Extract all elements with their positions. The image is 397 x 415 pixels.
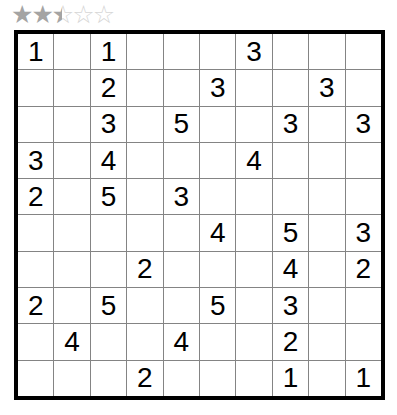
clue-cell-r3c5: 5 <box>164 107 199 142</box>
empty-cell-r1c4[interactable] <box>127 34 162 69</box>
empty-cell-r3c9[interactable] <box>309 107 344 142</box>
empty-cell-r6c5[interactable] <box>164 215 199 250</box>
clue-cell-r1c3: 1 <box>91 34 126 69</box>
empty-cell-r6c4[interactable] <box>127 215 162 250</box>
empty-cell-r5c2[interactable] <box>54 179 89 214</box>
empty-cell-r1c10[interactable] <box>346 34 381 69</box>
empty-cell-r2c2[interactable] <box>54 70 89 105</box>
clue-cell-r4c3: 4 <box>91 143 126 178</box>
clue-cell-r10c4: 2 <box>127 361 162 396</box>
empty-cell-r1c5[interactable] <box>164 34 199 69</box>
clue-cell-r3c10: 3 <box>346 107 381 142</box>
empty-cell-r7c5[interactable] <box>164 252 199 287</box>
empty-cell-r4c5[interactable] <box>164 143 199 178</box>
empty-cell-r4c10[interactable] <box>346 143 381 178</box>
empty-cell-r7c2[interactable] <box>54 252 89 287</box>
empty-cell-r1c8[interactable] <box>273 34 308 69</box>
empty-cell-r10c3[interactable] <box>91 361 126 396</box>
clue-cell-r8c3: 5 <box>91 288 126 323</box>
star-filled-icon: ★ <box>31 2 51 28</box>
empty-cell-r10c7[interactable] <box>236 361 271 396</box>
empty-cell-r10c5[interactable] <box>164 361 199 396</box>
empty-cell-r9c1[interactable] <box>18 324 53 359</box>
empty-cell-r5c7[interactable] <box>236 179 271 214</box>
star-filled-icon: ★ <box>11 2 31 28</box>
empty-cell-r5c8[interactable] <box>273 179 308 214</box>
empty-cell-r2c5[interactable] <box>164 70 199 105</box>
empty-cell-r3c7[interactable] <box>236 107 271 142</box>
empty-cell-r9c4[interactable] <box>127 324 162 359</box>
empty-cell-r9c9[interactable] <box>309 324 344 359</box>
clue-cell-r4c1: 3 <box>18 143 53 178</box>
empty-cell-r2c1[interactable] <box>18 70 53 105</box>
empty-cell-r8c10[interactable] <box>346 288 381 323</box>
empty-cell-r9c3[interactable] <box>91 324 126 359</box>
star-half-over: ★ <box>52 2 62 28</box>
clue-cell-r5c5: 3 <box>164 179 199 214</box>
puzzle-page: ★★☆★☆☆ 11323335333442534532422553442211 <box>0 0 397 415</box>
empty-cell-r8c9[interactable] <box>309 288 344 323</box>
empty-cell-r10c1[interactable] <box>18 361 53 396</box>
clue-cell-r9c2: 4 <box>54 324 89 359</box>
empty-cell-r2c8[interactable] <box>273 70 308 105</box>
clue-cell-r4c7: 4 <box>236 143 271 178</box>
clue-cell-r8c8: 3 <box>273 288 308 323</box>
empty-cell-r10c6[interactable] <box>200 361 235 396</box>
clue-cell-r3c3: 3 <box>91 107 126 142</box>
star-empty-icon: ☆ <box>72 2 92 28</box>
empty-cell-r7c9[interactable] <box>309 252 344 287</box>
empty-cell-r9c7[interactable] <box>236 324 271 359</box>
star-half-icon: ☆★ <box>52 2 72 28</box>
clue-cell-r8c6: 5 <box>200 288 235 323</box>
empty-cell-r10c9[interactable] <box>309 361 344 396</box>
empty-cell-r3c2[interactable] <box>54 107 89 142</box>
empty-cell-r7c7[interactable] <box>236 252 271 287</box>
empty-cell-r8c7[interactable] <box>236 288 271 323</box>
clue-cell-r1c7: 3 <box>236 34 271 69</box>
empty-cell-r5c9[interactable] <box>309 179 344 214</box>
empty-cell-r9c10[interactable] <box>346 324 381 359</box>
clue-cell-r6c8: 5 <box>273 215 308 250</box>
empty-cell-r4c9[interactable] <box>309 143 344 178</box>
empty-cell-r5c6[interactable] <box>200 179 235 214</box>
empty-cell-r2c10[interactable] <box>346 70 381 105</box>
empty-cell-r7c1[interactable] <box>18 252 53 287</box>
empty-cell-r8c2[interactable] <box>54 288 89 323</box>
empty-cell-r10c2[interactable] <box>54 361 89 396</box>
clue-cell-r6c6: 4 <box>200 215 235 250</box>
empty-cell-r5c10[interactable] <box>346 179 381 214</box>
clue-cell-r7c8: 4 <box>273 252 308 287</box>
empty-cell-r9c6[interactable] <box>200 324 235 359</box>
clue-cell-r5c1: 2 <box>18 179 53 214</box>
puzzle-grid: 11323335333442534532422553442211 <box>14 30 385 400</box>
empty-cell-r5c4[interactable] <box>127 179 162 214</box>
star-empty-icon: ☆ <box>93 2 113 28</box>
clue-cell-r3c8: 3 <box>273 107 308 142</box>
clue-cell-r9c5: 4 <box>164 324 199 359</box>
clue-cell-r10c8: 1 <box>273 361 308 396</box>
empty-cell-r6c1[interactable] <box>18 215 53 250</box>
empty-cell-r6c9[interactable] <box>309 215 344 250</box>
clue-cell-r2c3: 2 <box>91 70 126 105</box>
clue-cell-r5c3: 5 <box>91 179 126 214</box>
clue-cell-r6c10: 3 <box>346 215 381 250</box>
empty-cell-r7c6[interactable] <box>200 252 235 287</box>
empty-cell-r6c2[interactable] <box>54 215 89 250</box>
clue-cell-r8c1: 2 <box>18 288 53 323</box>
empty-cell-r8c5[interactable] <box>164 288 199 323</box>
empty-cell-r4c4[interactable] <box>127 143 162 178</box>
empty-cell-r2c7[interactable] <box>236 70 271 105</box>
empty-cell-r7c3[interactable] <box>91 252 126 287</box>
clue-cell-r1c1: 1 <box>18 34 53 69</box>
difficulty-rating: ★★☆★☆☆ <box>11 2 113 28</box>
empty-cell-r4c6[interactable] <box>200 143 235 178</box>
clue-cell-r2c9: 3 <box>309 70 344 105</box>
empty-cell-r4c8[interactable] <box>273 143 308 178</box>
clue-cell-r7c10: 2 <box>346 252 381 287</box>
empty-cell-r1c9[interactable] <box>309 34 344 69</box>
clue-cell-r2c6: 3 <box>200 70 235 105</box>
empty-cell-r3c6[interactable] <box>200 107 235 142</box>
empty-cell-r8c4[interactable] <box>127 288 162 323</box>
empty-cell-r3c4[interactable] <box>127 107 162 142</box>
empty-cell-r4c2[interactable] <box>54 143 89 178</box>
empty-cell-r1c2[interactable] <box>54 34 89 69</box>
clue-cell-r7c4: 2 <box>127 252 162 287</box>
clue-cell-r9c8: 2 <box>273 324 308 359</box>
empty-cell-r3c1[interactable] <box>18 107 53 142</box>
empty-cell-r2c4[interactable] <box>127 70 162 105</box>
empty-cell-r6c7[interactable] <box>236 215 271 250</box>
empty-cell-r6c3[interactable] <box>91 215 126 250</box>
empty-cell-r1c6[interactable] <box>200 34 235 69</box>
clue-cell-r10c10: 1 <box>346 361 381 396</box>
